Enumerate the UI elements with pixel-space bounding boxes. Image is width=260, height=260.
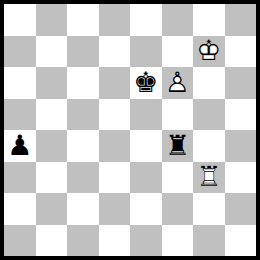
square-f6[interactable]: ♟♙ (162, 67, 194, 99)
square-g6[interactable] (193, 67, 225, 99)
square-c6[interactable] (67, 67, 99, 99)
square-e8[interactable] (130, 4, 162, 36)
square-g3[interactable]: ♜♖ (193, 162, 225, 194)
square-c3[interactable] (67, 162, 99, 194)
square-f7[interactable] (162, 36, 194, 68)
square-h2[interactable] (225, 193, 257, 225)
square-a8[interactable] (4, 4, 36, 36)
square-c2[interactable] (67, 193, 99, 225)
square-f3[interactable] (162, 162, 194, 194)
pawn-outline-glyph: ♙ (165, 69, 190, 97)
square-h8[interactable] (225, 4, 257, 36)
square-a5[interactable] (4, 99, 36, 131)
square-c4[interactable] (67, 130, 99, 162)
square-d3[interactable] (99, 162, 131, 194)
square-d5[interactable] (99, 99, 131, 131)
square-f5[interactable] (162, 99, 194, 131)
square-g7[interactable]: ♚♔ (193, 36, 225, 68)
square-e5[interactable] (130, 99, 162, 131)
square-f1[interactable] (162, 225, 194, 257)
square-e4[interactable] (130, 130, 162, 162)
square-g1[interactable] (193, 225, 225, 257)
square-f2[interactable] (162, 193, 194, 225)
square-g8[interactable] (193, 4, 225, 36)
square-g5[interactable] (193, 99, 225, 131)
black-pawn[interactable]: ♟ (7, 132, 32, 160)
square-g2[interactable] (193, 193, 225, 225)
square-b2[interactable] (36, 193, 68, 225)
square-h4[interactable] (225, 130, 257, 162)
black-rook[interactable]: ♜ (165, 132, 190, 160)
square-a2[interactable] (4, 193, 36, 225)
square-b1[interactable] (36, 225, 68, 257)
square-b4[interactable] (36, 130, 68, 162)
square-d7[interactable] (99, 36, 131, 68)
square-d4[interactable] (99, 130, 131, 162)
square-d1[interactable] (99, 225, 131, 257)
rook-outline-glyph: ♖ (196, 163, 221, 191)
square-c5[interactable] (67, 99, 99, 131)
square-c7[interactable] (67, 36, 99, 68)
square-b8[interactable] (36, 4, 68, 36)
square-e3[interactable] (130, 162, 162, 194)
square-f8[interactable] (162, 4, 194, 36)
square-b7[interactable] (36, 36, 68, 68)
square-d8[interactable] (99, 4, 131, 36)
square-g4[interactable] (193, 130, 225, 162)
square-e2[interactable] (130, 193, 162, 225)
square-d2[interactable] (99, 193, 131, 225)
square-b6[interactable] (36, 67, 68, 99)
chess-board: ♚♔♚♟♙♟♜♜♖ (0, 0, 260, 260)
square-e6[interactable]: ♚ (130, 67, 162, 99)
square-h6[interactable] (225, 67, 257, 99)
square-a7[interactable] (4, 36, 36, 68)
king-outline-glyph: ♔ (196, 37, 221, 65)
white-king[interactable]: ♚♔ (196, 37, 221, 65)
black-king[interactable]: ♚ (133, 69, 158, 97)
square-c1[interactable] (67, 225, 99, 257)
square-f4[interactable]: ♜ (162, 130, 194, 162)
square-a6[interactable] (4, 67, 36, 99)
white-rook[interactable]: ♜♖ (196, 163, 221, 191)
square-h7[interactable] (225, 36, 257, 68)
square-e1[interactable] (130, 225, 162, 257)
square-a1[interactable] (4, 225, 36, 257)
square-b3[interactable] (36, 162, 68, 194)
white-pawn[interactable]: ♟♙ (165, 69, 190, 97)
square-b5[interactable] (36, 99, 68, 131)
square-a3[interactable] (4, 162, 36, 194)
square-h1[interactable] (225, 225, 257, 257)
square-h5[interactable] (225, 99, 257, 131)
square-e7[interactable] (130, 36, 162, 68)
square-d6[interactable] (99, 67, 131, 99)
square-h3[interactable] (225, 162, 257, 194)
square-c8[interactable] (67, 4, 99, 36)
square-a4[interactable]: ♟ (4, 130, 36, 162)
